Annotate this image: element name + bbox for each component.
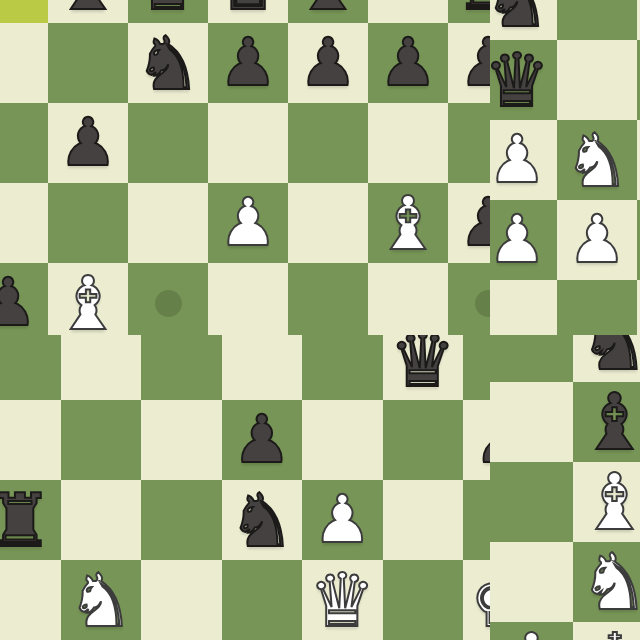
- square-c5[interactable]: [48, 183, 128, 263]
- square-c2[interactable]: [61, 480, 142, 560]
- square-h1[interactable]: ♚: [463, 560, 490, 640]
- square-g5[interactable]: ♟: [490, 200, 557, 280]
- piece-black-pawn[interactable]: ♟: [298, 30, 357, 96]
- piece-white-pawn[interactable]: ♟: [490, 127, 547, 193]
- piece-white-bishop[interactable]: ♝: [375, 186, 441, 260]
- piece-black-pawn[interactable]: ♟: [58, 110, 117, 176]
- square-g7[interactable]: ♛: [490, 40, 557, 120]
- piece-black-pawn[interactable]: ♟: [232, 407, 291, 473]
- square-g1[interactable]: [383, 560, 464, 640]
- square-h5[interactable]: ♞: [573, 335, 640, 382]
- square-f4[interactable]: [302, 335, 383, 400]
- square-h4[interactable]: [557, 280, 637, 335]
- piece-black-bishop[interactable]: ♝: [580, 383, 640, 461]
- piece-white-bishop[interactable]: ♝: [497, 623, 567, 640]
- piece-black-rook[interactable]: ♜: [455, 0, 490, 20]
- square-b4[interactable]: [0, 335, 61, 400]
- piece-white-pawn[interactable]: ♟: [490, 207, 547, 273]
- piece-white-pawn[interactable]: ♟: [567, 207, 626, 273]
- square-c8[interactable]: ♝: [48, 0, 128, 23]
- legal-move-dot: [475, 290, 491, 317]
- square-b7[interactable]: [0, 23, 48, 103]
- board-collage: Collage of four overlapping crops of a g…: [0, 0, 640, 640]
- piece-black-queen[interactable]: ♛: [135, 0, 201, 20]
- square-f7[interactable]: ♟: [288, 23, 368, 103]
- piece-black-knight[interactable]: ♞: [229, 483, 295, 557]
- square-d5[interactable]: [128, 183, 208, 263]
- piece-black-bishop[interactable]: ♝: [295, 0, 361, 20]
- piece-black-king[interactable]: ♚: [215, 0, 281, 20]
- square-h3[interactable]: ♝: [573, 462, 640, 542]
- board-crop-bottom-right: ♞♝♝♞♝♚: [490, 335, 640, 640]
- piece-black-queen[interactable]: ♛: [490, 43, 550, 117]
- square-d6[interactable]: [128, 103, 208, 183]
- board-crop-top-right: ♞♛♟♞♟♟: [490, 0, 640, 335]
- board-grid-top-right: ♞♛♟♞♟♟: [490, 0, 640, 335]
- square-g5[interactable]: [490, 335, 573, 382]
- square-g7[interactable]: ♟: [368, 23, 448, 103]
- square-g4[interactable]: [490, 280, 557, 335]
- square-h8[interactable]: [557, 0, 637, 40]
- piece-black-pawn[interactable]: ♟: [218, 30, 277, 96]
- square-h3[interactable]: ♟: [463, 400, 490, 480]
- square-b1[interactable]: [0, 560, 61, 640]
- board-grid-top-left: ♝♛♚♝♜♞♟♟♟♟♟♟♝♟♟♝: [0, 0, 490, 335]
- piece-black-knight[interactable]: ♞: [490, 0, 550, 37]
- square-h8[interactable]: ♜: [448, 0, 490, 23]
- square-g3[interactable]: [383, 400, 464, 480]
- square-g4[interactable]: [368, 263, 448, 335]
- square-h5[interactable]: ♟: [448, 183, 490, 263]
- square-f1[interactable]: ♛: [302, 560, 383, 640]
- piece-black-pawn[interactable]: ♟: [474, 407, 490, 473]
- square-g6[interactable]: ♟: [490, 120, 557, 200]
- board-crop-top-left: ♝♛♚♝♜♞♟♟♟♟♟♟♝♟♟♝: [0, 0, 490, 335]
- square-g2[interactable]: [490, 542, 573, 622]
- square-f6[interactable]: [288, 103, 368, 183]
- square-f5[interactable]: [288, 183, 368, 263]
- square-d3[interactable]: [141, 400, 222, 480]
- piece-black-rook[interactable]: ♜: [0, 483, 53, 557]
- piece-black-pawn[interactable]: ♟: [458, 190, 490, 256]
- square-h7[interactable]: ♟: [448, 23, 490, 103]
- square-b5[interactable]: [0, 183, 48, 263]
- piece-black-pawn[interactable]: ♟: [378, 30, 437, 96]
- piece-black-queen[interactable]: ♛: [390, 335, 456, 397]
- square-e7[interactable]: ♟: [208, 23, 288, 103]
- square-h4[interactable]: [448, 263, 490, 335]
- square-b3[interactable]: [0, 400, 61, 480]
- board-grid-bottom-right: ♞♝♝♞♝♚: [490, 335, 640, 640]
- square-e1[interactable]: [222, 560, 303, 640]
- square-b8[interactable]: [0, 0, 48, 23]
- square-f8[interactable]: ♝: [288, 0, 368, 23]
- square-b2[interactable]: ♜: [0, 480, 61, 560]
- square-d4[interactable]: [128, 263, 208, 335]
- square-h4[interactable]: ♝: [573, 382, 640, 462]
- square-c1[interactable]: ♞: [61, 560, 142, 640]
- square-h2[interactable]: [463, 480, 490, 560]
- piece-white-bishop[interactable]: ♝: [55, 266, 121, 335]
- square-e3[interactable]: ♟: [222, 400, 303, 480]
- piece-white-knight[interactable]: ♞: [68, 563, 134, 637]
- square-d2[interactable]: [141, 480, 222, 560]
- piece-white-king[interactable]: ♚: [470, 563, 490, 637]
- piece-white-knight[interactable]: ♞: [580, 543, 640, 621]
- piece-white-bishop[interactable]: ♝: [580, 463, 640, 541]
- square-g1[interactable]: ♝: [490, 622, 573, 640]
- legal-move-dot: [155, 290, 182, 317]
- piece-white-queen[interactable]: ♛: [309, 563, 375, 637]
- square-b6[interactable]: [0, 103, 48, 183]
- board-grid-bottom-left: ♛♟♟♜♞♟♞♛♚: [0, 335, 490, 640]
- square-e5[interactable]: ♟: [208, 183, 288, 263]
- square-g3[interactable]: [490, 462, 573, 542]
- square-g8[interactable]: ♞: [490, 0, 557, 40]
- square-e2[interactable]: ♞: [222, 480, 303, 560]
- piece-black-knight[interactable]: ♞: [135, 26, 201, 100]
- square-h4[interactable]: [463, 335, 490, 400]
- square-c3[interactable]: [61, 400, 142, 480]
- square-d1[interactable]: [141, 560, 222, 640]
- piece-black-pawn[interactable]: ♟: [458, 30, 490, 96]
- square-h1[interactable]: ♚: [573, 622, 640, 640]
- square-f4[interactable]: [288, 263, 368, 335]
- piece-white-pawn[interactable]: ♟: [218, 190, 277, 256]
- square-e4[interactable]: [208, 263, 288, 335]
- square-h6[interactable]: ♞: [557, 120, 637, 200]
- square-c4[interactable]: [61, 335, 142, 400]
- square-h5[interactable]: ♟: [557, 200, 637, 280]
- square-d4[interactable]: [141, 335, 222, 400]
- square-f3[interactable]: [302, 400, 383, 480]
- board-crop-bottom-left: ♛♟♟♜♞♟♞♛♚: [0, 335, 490, 640]
- square-h7[interactable]: [557, 40, 637, 120]
- square-e4[interactable]: [222, 335, 303, 400]
- square-h2[interactable]: ♞: [573, 542, 640, 622]
- square-f2[interactable]: ♟: [302, 480, 383, 560]
- piece-black-pawn[interactable]: ♟: [0, 270, 38, 335]
- piece-black-knight[interactable]: ♞: [580, 335, 640, 381]
- square-c7[interactable]: [48, 23, 128, 103]
- square-c4[interactable]: ♝: [48, 263, 128, 335]
- piece-white-king[interactable]: ♚: [580, 623, 640, 640]
- piece-white-pawn[interactable]: ♟: [313, 487, 372, 553]
- square-b4[interactable]: ♟: [0, 263, 48, 335]
- square-e8[interactable]: ♚: [208, 0, 288, 23]
- square-g5[interactable]: ♝: [368, 183, 448, 263]
- piece-black-bishop[interactable]: ♝: [55, 0, 121, 20]
- square-g8[interactable]: [368, 0, 448, 23]
- square-g2[interactable]: [383, 480, 464, 560]
- square-g6[interactable]: [368, 103, 448, 183]
- square-e6[interactable]: [208, 103, 288, 183]
- piece-white-knight[interactable]: ♞: [564, 123, 630, 197]
- square-h6[interactable]: [448, 103, 490, 183]
- square-g4[interactable]: [490, 382, 573, 462]
- square-c6[interactable]: ♟: [48, 103, 128, 183]
- square-g4[interactable]: ♛: [383, 335, 464, 400]
- square-d7[interactable]: ♞: [128, 23, 208, 103]
